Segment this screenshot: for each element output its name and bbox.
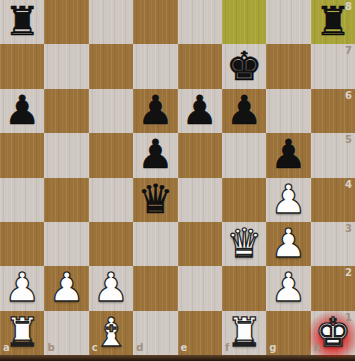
square-b8[interactable] (44, 0, 88, 44)
square-d7[interactable] (133, 44, 177, 88)
square-e5[interactable] (178, 133, 222, 177)
square-h5[interactable]: 5 (311, 133, 355, 177)
black-queen[interactable]: ♛ (137, 179, 173, 219)
rank-label-5: 5 (345, 135, 352, 145)
square-a1[interactable]: ♜a (0, 311, 44, 355)
square-a4[interactable] (0, 178, 44, 222)
black-pawn[interactable]: ♟ (4, 90, 40, 130)
square-c2[interactable]: ♟ (89, 266, 133, 310)
square-f2[interactable] (222, 266, 266, 310)
white-pawn[interactable]: ♟ (93, 267, 129, 307)
square-a2[interactable]: ♟ (0, 266, 44, 310)
white-pawn[interactable]: ♟ (49, 267, 85, 307)
white-rook[interactable]: ♜ (4, 312, 40, 352)
square-e1[interactable]: e (178, 311, 222, 355)
square-f4[interactable] (222, 178, 266, 222)
file-label-b: b (47, 343, 54, 353)
rank-label-7: 7 (345, 46, 352, 56)
rank-label-6: 6 (345, 91, 352, 101)
square-e4[interactable] (178, 178, 222, 222)
square-g8[interactable] (266, 0, 310, 44)
square-b7[interactable] (44, 44, 88, 88)
square-f1[interactable]: ♜f (222, 311, 266, 355)
white-rook[interactable]: ♜ (226, 312, 262, 352)
square-d4[interactable]: ♛ (133, 178, 177, 222)
file-label-g: g (269, 343, 276, 353)
square-g6[interactable] (266, 89, 310, 133)
square-g3[interactable]: ♟ (266, 222, 310, 266)
square-h8[interactable]: ♜8 (311, 0, 355, 44)
square-h2[interactable]: 2 (311, 266, 355, 310)
square-c1[interactable]: ♝c (89, 311, 133, 355)
black-pawn[interactable]: ♟ (137, 134, 173, 174)
white-pawn[interactable]: ♟ (271, 223, 307, 263)
square-h3[interactable]: 3 (311, 222, 355, 266)
square-h7[interactable]: 7 (311, 44, 355, 88)
square-h1[interactable]: ♚h1 (311, 311, 355, 355)
black-king[interactable]: ♚ (226, 46, 262, 86)
square-b1[interactable]: b (44, 311, 88, 355)
square-g2[interactable]: ♟ (266, 266, 310, 310)
square-g7[interactable] (266, 44, 310, 88)
square-g1[interactable]: g (266, 311, 310, 355)
square-a6[interactable]: ♟ (0, 89, 44, 133)
square-d5[interactable]: ♟ (133, 133, 177, 177)
square-e6[interactable]: ♟ (178, 89, 222, 133)
white-pawn[interactable]: ♟ (271, 179, 307, 219)
white-king[interactable]: ♚ (315, 312, 351, 352)
black-pawn[interactable]: ♟ (226, 90, 262, 130)
square-f8[interactable] (222, 0, 266, 44)
square-f5[interactable] (222, 133, 266, 177)
rank-label-4: 4 (345, 180, 352, 190)
square-f3[interactable]: ♛ (222, 222, 266, 266)
black-pawn[interactable]: ♟ (137, 90, 173, 130)
square-b6[interactable] (44, 89, 88, 133)
square-c5[interactable] (89, 133, 133, 177)
chess-board-screenshot: ♜♜8♚7♟♟♟♟6♟♟5♛♟4♛♟3♟♟♟♟2♜ab♝cde♜fg♚h1 (0, 0, 355, 361)
square-e8[interactable] (178, 0, 222, 44)
rank-label-3: 3 (345, 224, 352, 234)
square-a3[interactable] (0, 222, 44, 266)
square-c8[interactable] (89, 0, 133, 44)
square-a8[interactable]: ♜ (0, 0, 44, 44)
square-b3[interactable] (44, 222, 88, 266)
square-b5[interactable] (44, 133, 88, 177)
board-bottom-edge (0, 355, 355, 361)
square-h4[interactable]: 4 (311, 178, 355, 222)
square-f6[interactable]: ♟ (222, 89, 266, 133)
white-queen[interactable]: ♛ (226, 223, 262, 263)
white-bishop[interactable]: ♝ (93, 312, 129, 352)
square-c3[interactable] (89, 222, 133, 266)
square-d2[interactable] (133, 266, 177, 310)
rank-label-2: 2 (345, 268, 352, 278)
square-g4[interactable]: ♟ (266, 178, 310, 222)
square-c6[interactable] (89, 89, 133, 133)
square-e2[interactable] (178, 266, 222, 310)
square-d1[interactable]: d (133, 311, 177, 355)
square-b4[interactable] (44, 178, 88, 222)
square-c4[interactable] (89, 178, 133, 222)
square-a7[interactable] (0, 44, 44, 88)
file-label-d: d (136, 343, 143, 353)
square-g5[interactable]: ♟ (266, 133, 310, 177)
square-b2[interactable]: ♟ (44, 266, 88, 310)
square-c7[interactable] (89, 44, 133, 88)
black-pawn[interactable]: ♟ (271, 134, 307, 174)
white-pawn[interactable]: ♟ (4, 267, 40, 307)
square-d6[interactable]: ♟ (133, 89, 177, 133)
black-pawn[interactable]: ♟ (182, 90, 218, 130)
square-h6[interactable]: 6 (311, 89, 355, 133)
black-rook[interactable]: ♜ (315, 1, 351, 41)
square-a5[interactable] (0, 133, 44, 177)
square-d8[interactable] (133, 0, 177, 44)
square-e3[interactable] (178, 222, 222, 266)
square-e7[interactable] (178, 44, 222, 88)
white-pawn[interactable]: ♟ (271, 267, 307, 307)
black-rook[interactable]: ♜ (4, 1, 40, 41)
chess-board: ♜♜8♚7♟♟♟♟6♟♟5♛♟4♛♟3♟♟♟♟2♜ab♝cde♜fg♚h1 (0, 0, 355, 355)
square-d3[interactable] (133, 222, 177, 266)
square-f7[interactable]: ♚ (222, 44, 266, 88)
file-label-e: e (181, 343, 188, 353)
